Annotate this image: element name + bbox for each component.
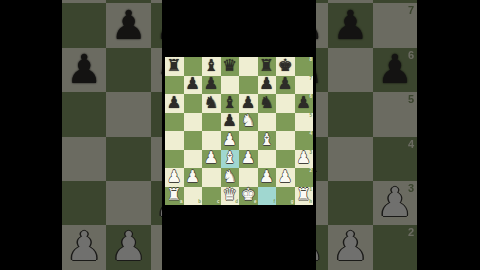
white-pawn-icon: ♟: [333, 226, 369, 266]
square-h4[interactable]: 4: [295, 131, 314, 150]
square-a7[interactable]: [165, 76, 184, 95]
square-b1[interactable]: b: [184, 187, 203, 206]
file-label-e: e: [254, 200, 257, 205]
square-f5[interactable]: [258, 113, 277, 132]
square-e6[interactable]: ♟: [239, 94, 258, 113]
black-knight-icon: ♞: [259, 95, 274, 112]
square-e1[interactable]: e♚: [239, 187, 258, 206]
black-bishop-icon: ♝: [204, 58, 219, 75]
square-a3[interactable]: [165, 150, 184, 169]
square-g8[interactable]: ♚: [276, 57, 295, 76]
square-e7[interactable]: [239, 76, 258, 95]
square-d4[interactable]: ♟: [221, 131, 240, 150]
square-d7[interactable]: [221, 76, 240, 95]
rank-label-8: 8: [309, 58, 312, 63]
white-bishop-icon: ♝: [259, 132, 274, 149]
foreground-video-strip: ♜♝♛♜♚8♟♟♟♟7♟♞♝♟♞6♟♟♞5♟♝4♟♝♟3♟♟♟♞♟♟2a♜bcd…: [162, 0, 316, 270]
black-pawn-icon: ♟: [111, 5, 147, 45]
square-g4[interactable]: [276, 131, 295, 150]
square-h4: 4: [373, 137, 417, 181]
rank-label-5: 5: [408, 94, 414, 105]
square-g5: [328, 92, 372, 136]
square-e3[interactable]: ♟: [239, 150, 258, 169]
square-g6: [328, 48, 372, 92]
square-e2[interactable]: [239, 168, 258, 187]
white-pawn-icon: ♟: [377, 182, 413, 222]
square-h6: 6♟: [373, 48, 417, 92]
white-pawn-icon: ♟: [222, 132, 237, 149]
square-b6: [106, 48, 150, 92]
square-a4[interactable]: [165, 131, 184, 150]
square-f8[interactable]: ♜: [258, 57, 277, 76]
square-b7[interactable]: ♟: [184, 76, 203, 95]
white-pawn-icon: ♟: [111, 226, 147, 266]
black-pawn-icon: ♟: [241, 95, 256, 112]
file-label-a: a: [180, 200, 183, 205]
white-king-icon: ♚: [241, 187, 256, 204]
white-rook-icon: ♜: [296, 187, 311, 204]
rank-label-3: 3: [408, 183, 414, 194]
square-b4: [106, 137, 150, 181]
square-d5[interactable]: ♟: [221, 113, 240, 132]
black-rook-icon: ♜: [167, 58, 182, 75]
square-b5[interactable]: [184, 113, 203, 132]
square-c6[interactable]: ♞: [202, 94, 221, 113]
square-h2[interactable]: 2: [295, 168, 314, 187]
square-g4: [328, 137, 372, 181]
white-pawn-icon: ♟: [167, 169, 182, 186]
black-pawn-icon: ♟: [259, 76, 274, 93]
rank-label-5: 5: [309, 114, 312, 119]
rank-label-7: 7: [309, 77, 312, 82]
black-king-icon: ♚: [278, 58, 293, 75]
rank-label-1: 1: [309, 188, 312, 193]
black-rook-icon: ♜: [259, 58, 274, 75]
square-b2[interactable]: ♟: [184, 168, 203, 187]
square-h8[interactable]: 8: [295, 57, 314, 76]
square-f6[interactable]: ♞: [258, 94, 277, 113]
black-pawn-icon: ♟: [66, 49, 102, 89]
black-pawn-icon: ♟: [204, 76, 219, 93]
square-g6[interactable]: [276, 94, 295, 113]
square-h5: 5: [373, 92, 417, 136]
white-pawn-icon: ♟: [185, 169, 200, 186]
rank-label-6: 6: [408, 50, 414, 61]
black-pawn-icon: ♟: [185, 76, 200, 93]
square-h7: 7: [373, 3, 417, 47]
white-pawn-icon: ♟: [241, 150, 256, 167]
square-c2[interactable]: [202, 168, 221, 187]
square-f2[interactable]: ♟: [258, 168, 277, 187]
white-queen-icon: ♛: [222, 187, 237, 204]
rank-label-2: 2: [309, 169, 312, 174]
square-a2[interactable]: ♟: [165, 168, 184, 187]
square-h3[interactable]: 3♟: [295, 150, 314, 169]
square-d1[interactable]: d♛: [221, 187, 240, 206]
square-a2: ♟: [62, 225, 106, 269]
square-f7[interactable]: ♟: [258, 76, 277, 95]
square-b5: [106, 92, 150, 136]
white-knight-icon: ♞: [241, 113, 256, 130]
square-f1[interactable]: f: [258, 187, 277, 206]
chess-board[interactable]: ♜♝♛♜♚8♟♟♟♟7♟♞♝♟♞6♟♟♞5♟♝4♟♝♟3♟♟♟♞♟♟2a♜bcd…: [165, 57, 313, 205]
square-e8[interactable]: [239, 57, 258, 76]
square-h6[interactable]: 6♟: [295, 94, 314, 113]
video-frame: ♜♝♛♜♚8♟♟♟♟7♟♞♝♟♞6♟♟♞5♟♝4♟♝♟3♟♟♟♞♟♟2a♜bcd…: [0, 0, 480, 270]
square-h5[interactable]: 5: [295, 113, 314, 132]
white-pawn-icon: ♟: [296, 150, 311, 167]
square-a6[interactable]: ♟: [165, 94, 184, 113]
square-d2[interactable]: ♞: [221, 168, 240, 187]
rank-label-4: 4: [309, 132, 312, 137]
square-g3[interactable]: [276, 150, 295, 169]
white-bishop-icon: ♝: [222, 150, 237, 167]
square-f4[interactable]: ♝: [258, 131, 277, 150]
white-pawn-icon: ♟: [66, 226, 102, 266]
square-c4[interactable]: [202, 131, 221, 150]
white-pawn-icon: ♟: [278, 169, 293, 186]
rank-label-7: 7: [408, 5, 414, 16]
square-a5[interactable]: [165, 113, 184, 132]
square-c1[interactable]: c: [202, 187, 221, 206]
file-label-f: f: [274, 200, 276, 205]
file-label-g: g: [291, 200, 294, 205]
square-g1[interactable]: g: [276, 187, 295, 206]
square-b6[interactable]: [184, 94, 203, 113]
square-h7[interactable]: 7: [295, 76, 314, 95]
square-h3: 3♟: [373, 181, 417, 225]
square-a6: ♟: [62, 48, 106, 92]
black-pawn-icon: ♟: [278, 76, 293, 93]
square-g5[interactable]: [276, 113, 295, 132]
black-knight-icon: ♞: [204, 95, 219, 112]
square-a7: [62, 3, 106, 47]
square-c5[interactable]: [202, 113, 221, 132]
square-b2: ♟: [106, 225, 150, 269]
black-queen-icon: ♛: [222, 58, 237, 75]
black-bishop-icon: ♝: [222, 95, 237, 112]
black-pawn-icon: ♟: [296, 95, 311, 112]
square-a4: [62, 137, 106, 181]
square-e5[interactable]: ♞: [239, 113, 258, 132]
black-pawn-icon: ♟: [333, 5, 369, 45]
white-pawn-icon: ♟: [259, 169, 274, 186]
square-d6[interactable]: ♝: [221, 94, 240, 113]
white-knight-icon: ♞: [222, 169, 237, 186]
square-h1[interactable]: 1h♜: [295, 187, 314, 206]
square-g3: [328, 181, 372, 225]
square-b7: ♟: [106, 3, 150, 47]
square-c3[interactable]: ♟: [202, 150, 221, 169]
square-g2: ♟: [328, 225, 372, 269]
rank-label-4: 4: [408, 139, 414, 150]
square-a5: [62, 92, 106, 136]
black-pawn-icon: ♟: [222, 113, 237, 130]
square-b3: [106, 181, 150, 225]
square-a3: [62, 181, 106, 225]
black-pawn-icon: ♟: [377, 49, 413, 89]
square-g7: ♟: [328, 3, 372, 47]
file-label-h: h: [309, 200, 312, 205]
file-label-d: d: [235, 200, 238, 205]
square-b3[interactable]: [184, 150, 203, 169]
square-f3[interactable]: [258, 150, 277, 169]
square-d8[interactable]: ♛: [221, 57, 240, 76]
square-h2: 2: [373, 225, 417, 269]
square-a8[interactable]: ♜: [165, 57, 184, 76]
square-g2[interactable]: ♟: [276, 168, 295, 187]
file-label-b: b: [198, 200, 201, 205]
rank-label-6: 6: [309, 95, 312, 100]
black-pawn-icon: ♟: [167, 95, 182, 112]
rank-label-3: 3: [309, 151, 312, 156]
square-c7[interactable]: ♟: [202, 76, 221, 95]
file-label-c: c: [217, 200, 220, 205]
square-g7[interactable]: ♟: [276, 76, 295, 95]
square-a1[interactable]: a♜: [165, 187, 184, 206]
white-pawn-icon: ♟: [204, 150, 219, 167]
square-c8[interactable]: ♝: [202, 57, 221, 76]
white-rook-icon: ♜: [167, 187, 182, 204]
square-e4[interactable]: [239, 131, 258, 150]
square-b4[interactable]: [184, 131, 203, 150]
rank-label-2: 2: [408, 227, 414, 238]
square-d3[interactable]: ♝: [221, 150, 240, 169]
square-b8[interactable]: [184, 57, 203, 76]
